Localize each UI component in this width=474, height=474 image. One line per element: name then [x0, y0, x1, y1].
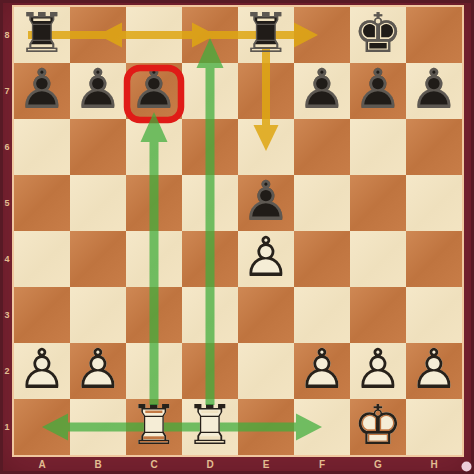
file-label-B: B [88, 456, 108, 474]
square-f7[interactable]: ♟♙ [294, 63, 350, 119]
square-f6[interactable] [294, 119, 350, 175]
rank-label-4: 4 [0, 254, 14, 264]
white-pawn-outline: ♙ [350, 341, 406, 397]
square-g7[interactable]: ♟♙ [350, 63, 406, 119]
piece-black-king-g8[interactable]: ♚♔ [350, 7, 406, 63]
chess-board-frame: ♜♖♜♖♚♔♟♙♟♙♟♙♟♙♟♙♟♙♟♙♟♙♟♙♟♙♟♙♟♙♟♙♜♖♜♖♚♔ 8… [0, 0, 474, 474]
black-pawn-outline: ♙ [294, 61, 350, 117]
piece-black-rook-a8[interactable]: ♜♖ [14, 7, 70, 63]
square-b6[interactable] [70, 119, 126, 175]
black-pawn-outline: ♙ [70, 61, 126, 117]
black-pawn-outline: ♙ [126, 61, 182, 117]
rank-label-6: 6 [0, 142, 14, 152]
square-f8[interactable] [294, 7, 350, 63]
square-h7[interactable]: ♟♙ [406, 63, 462, 119]
rank-label-7: 7 [0, 86, 14, 96]
file-label-D: D [200, 456, 220, 474]
piece-white-pawn-a2[interactable]: ♟♙ [14, 343, 70, 399]
square-c8[interactable] [126, 7, 182, 63]
black-king-outline: ♔ [350, 5, 406, 61]
square-d6[interactable] [182, 119, 238, 175]
square-c2[interactable] [126, 343, 182, 399]
square-h3[interactable] [406, 287, 462, 343]
square-g3[interactable] [350, 287, 406, 343]
piece-white-king-g1[interactable]: ♚♔ [350, 399, 406, 455]
black-pawn-outline: ♙ [350, 61, 406, 117]
rank-label-2: 2 [0, 366, 14, 376]
square-g1[interactable]: ♚♔ [350, 399, 406, 455]
piece-white-pawn-b2[interactable]: ♟♙ [70, 343, 126, 399]
square-c7[interactable]: ♟♙ [126, 63, 182, 119]
file-label-A: A [32, 456, 52, 474]
square-e6[interactable] [238, 119, 294, 175]
piece-white-pawn-e4[interactable]: ♟♙ [238, 231, 294, 287]
rank-label-5: 5 [0, 198, 14, 208]
piece-black-rook-e8[interactable]: ♜♖ [238, 7, 294, 63]
square-e8[interactable]: ♜♖ [238, 7, 294, 63]
square-b7[interactable]: ♟♙ [70, 63, 126, 119]
square-f3[interactable] [294, 287, 350, 343]
white-pawn-outline: ♙ [406, 341, 462, 397]
square-g2[interactable]: ♟♙ [350, 343, 406, 399]
square-f5[interactable] [294, 175, 350, 231]
corner-dot [462, 462, 472, 472]
black-pawn-outline: ♙ [406, 61, 462, 117]
square-d7[interactable] [182, 63, 238, 119]
piece-black-pawn-h7[interactable]: ♟♙ [406, 63, 462, 119]
piece-black-pawn-e5[interactable]: ♟♙ [238, 175, 294, 231]
square-c4[interactable] [126, 231, 182, 287]
white-rook-outline: ♖ [182, 397, 238, 453]
white-pawn-outline: ♙ [238, 229, 294, 285]
white-pawn-outline: ♙ [14, 341, 70, 397]
square-d5[interactable] [182, 175, 238, 231]
square-c1[interactable]: ♜♖ [126, 399, 182, 455]
black-rook-outline: ♖ [238, 5, 294, 61]
white-pawn-outline: ♙ [294, 341, 350, 397]
square-h1[interactable] [406, 399, 462, 455]
square-f2[interactable]: ♟♙ [294, 343, 350, 399]
file-label-H: H [424, 456, 444, 474]
square-d8[interactable] [182, 7, 238, 63]
square-h8[interactable] [406, 7, 462, 63]
black-pawn-outline: ♙ [238, 173, 294, 229]
square-a2[interactable]: ♟♙ [14, 343, 70, 399]
square-a4[interactable] [14, 231, 70, 287]
square-h5[interactable] [406, 175, 462, 231]
white-pawn-outline: ♙ [70, 341, 126, 397]
square-h2[interactable]: ♟♙ [406, 343, 462, 399]
square-e1[interactable] [238, 399, 294, 455]
piece-black-pawn-c7[interactable]: ♟♙ [126, 63, 182, 119]
rank-label-8: 8 [0, 30, 14, 40]
square-d3[interactable] [182, 287, 238, 343]
square-g5[interactable] [350, 175, 406, 231]
piece-black-pawn-g7[interactable]: ♟♙ [350, 63, 406, 119]
square-g8[interactable]: ♚♔ [350, 7, 406, 63]
piece-black-pawn-a7[interactable]: ♟♙ [14, 63, 70, 119]
square-g6[interactable] [350, 119, 406, 175]
square-a8[interactable]: ♜♖ [14, 7, 70, 63]
square-a5[interactable] [14, 175, 70, 231]
square-f4[interactable] [294, 231, 350, 287]
piece-white-rook-d1[interactable]: ♜♖ [182, 399, 238, 455]
square-c3[interactable] [126, 287, 182, 343]
file-label-F: F [312, 456, 332, 474]
white-rook-outline: ♖ [126, 397, 182, 453]
file-label-C: C [144, 456, 164, 474]
black-rook-outline: ♖ [14, 5, 70, 61]
chess-board: ♜♖♜♖♚♔♟♙♟♙♟♙♟♙♟♙♟♙♟♙♟♙♟♙♟♙♟♙♟♙♟♙♜♖♜♖♚♔ [14, 7, 462, 455]
square-e3[interactable] [238, 287, 294, 343]
square-e4[interactable]: ♟♙ [238, 231, 294, 287]
file-label-G: G [368, 456, 388, 474]
black-pawn-outline: ♙ [14, 61, 70, 117]
square-b2[interactable]: ♟♙ [70, 343, 126, 399]
square-a7[interactable]: ♟♙ [14, 63, 70, 119]
square-c6[interactable] [126, 119, 182, 175]
square-b8[interactable] [70, 7, 126, 63]
square-a1[interactable] [14, 399, 70, 455]
square-b1[interactable] [70, 399, 126, 455]
square-d2[interactable] [182, 343, 238, 399]
square-g4[interactable] [350, 231, 406, 287]
piece-white-pawn-f2[interactable]: ♟♙ [294, 343, 350, 399]
square-a3[interactable] [14, 287, 70, 343]
square-c5[interactable] [126, 175, 182, 231]
file-label-E: E [256, 456, 276, 474]
square-e5[interactable]: ♟♙ [238, 175, 294, 231]
piece-black-pawn-b7[interactable]: ♟♙ [70, 63, 126, 119]
square-a6[interactable] [14, 119, 70, 175]
piece-white-pawn-h2[interactable]: ♟♙ [406, 343, 462, 399]
rank-label-3: 3 [0, 310, 14, 320]
square-b3[interactable] [70, 287, 126, 343]
square-b4[interactable] [70, 231, 126, 287]
square-h4[interactable] [406, 231, 462, 287]
square-h6[interactable] [406, 119, 462, 175]
square-f1[interactable] [294, 399, 350, 455]
square-b5[interactable] [70, 175, 126, 231]
piece-white-pawn-g2[interactable]: ♟♙ [350, 343, 406, 399]
square-d4[interactable] [182, 231, 238, 287]
square-d1[interactable]: ♜♖ [182, 399, 238, 455]
square-e2[interactable] [238, 343, 294, 399]
square-e7[interactable] [238, 63, 294, 119]
rank-label-1: 1 [0, 422, 14, 432]
piece-black-pawn-f7[interactable]: ♟♙ [294, 63, 350, 119]
white-king-outline: ♔ [350, 397, 406, 453]
piece-white-rook-c1[interactable]: ♜♖ [126, 399, 182, 455]
